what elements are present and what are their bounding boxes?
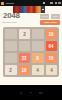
empty-cell [5,41,17,51]
tile-8: 8 [32,53,44,63]
empty-cell [32,41,44,51]
home-icon[interactable]: ○ [29,91,31,95]
tile-32: 32 [19,53,31,63]
tile-2: 2 [19,29,31,39]
tile-64: 64 [46,41,58,51]
score-box: SCORE [40,14,49,19]
battery-icon [55,2,57,4]
tile-4: 4 [32,65,44,75]
game-title: 2048 [3,11,20,20]
tile-2: 2 [5,65,17,75]
notification-dot-icon [43,2,45,4]
screen: 2048 SCORE BEST Join the numbers and get… [0,0,62,100]
signal-icon [50,2,53,4]
instruction-text: Join the numbers and get to the 2048 til… [2,21,17,23]
back-icon[interactable]: ◁ [19,91,22,95]
tile-16: 16 [46,53,58,63]
app-notification-icon [1,2,4,5]
new-game-label: New Game [44,21,57,24]
empty-cell [32,29,44,39]
tile-4: 4 [46,65,58,75]
board-grid[interactable]: 216643281621644 [3,27,59,77]
new-game-button[interactable]: New Game [40,20,60,25]
navigation-bar: ◁ ○ ▭ [0,85,62,100]
clock-icon [58,2,61,4]
best-label: BEST [53,15,58,17]
status-text [6,3,14,4]
tile-16: 16 [19,65,31,75]
empty-cell [19,41,31,51]
ad-close-icon[interactable] [41,6,45,13]
empty-cell [5,53,17,63]
recents-icon[interactable]: ▭ [39,91,43,95]
score-label: SCORE [41,15,48,17]
empty-cell [5,29,17,39]
best-box: BEST [51,14,60,19]
tile-16: 16 [46,29,58,39]
